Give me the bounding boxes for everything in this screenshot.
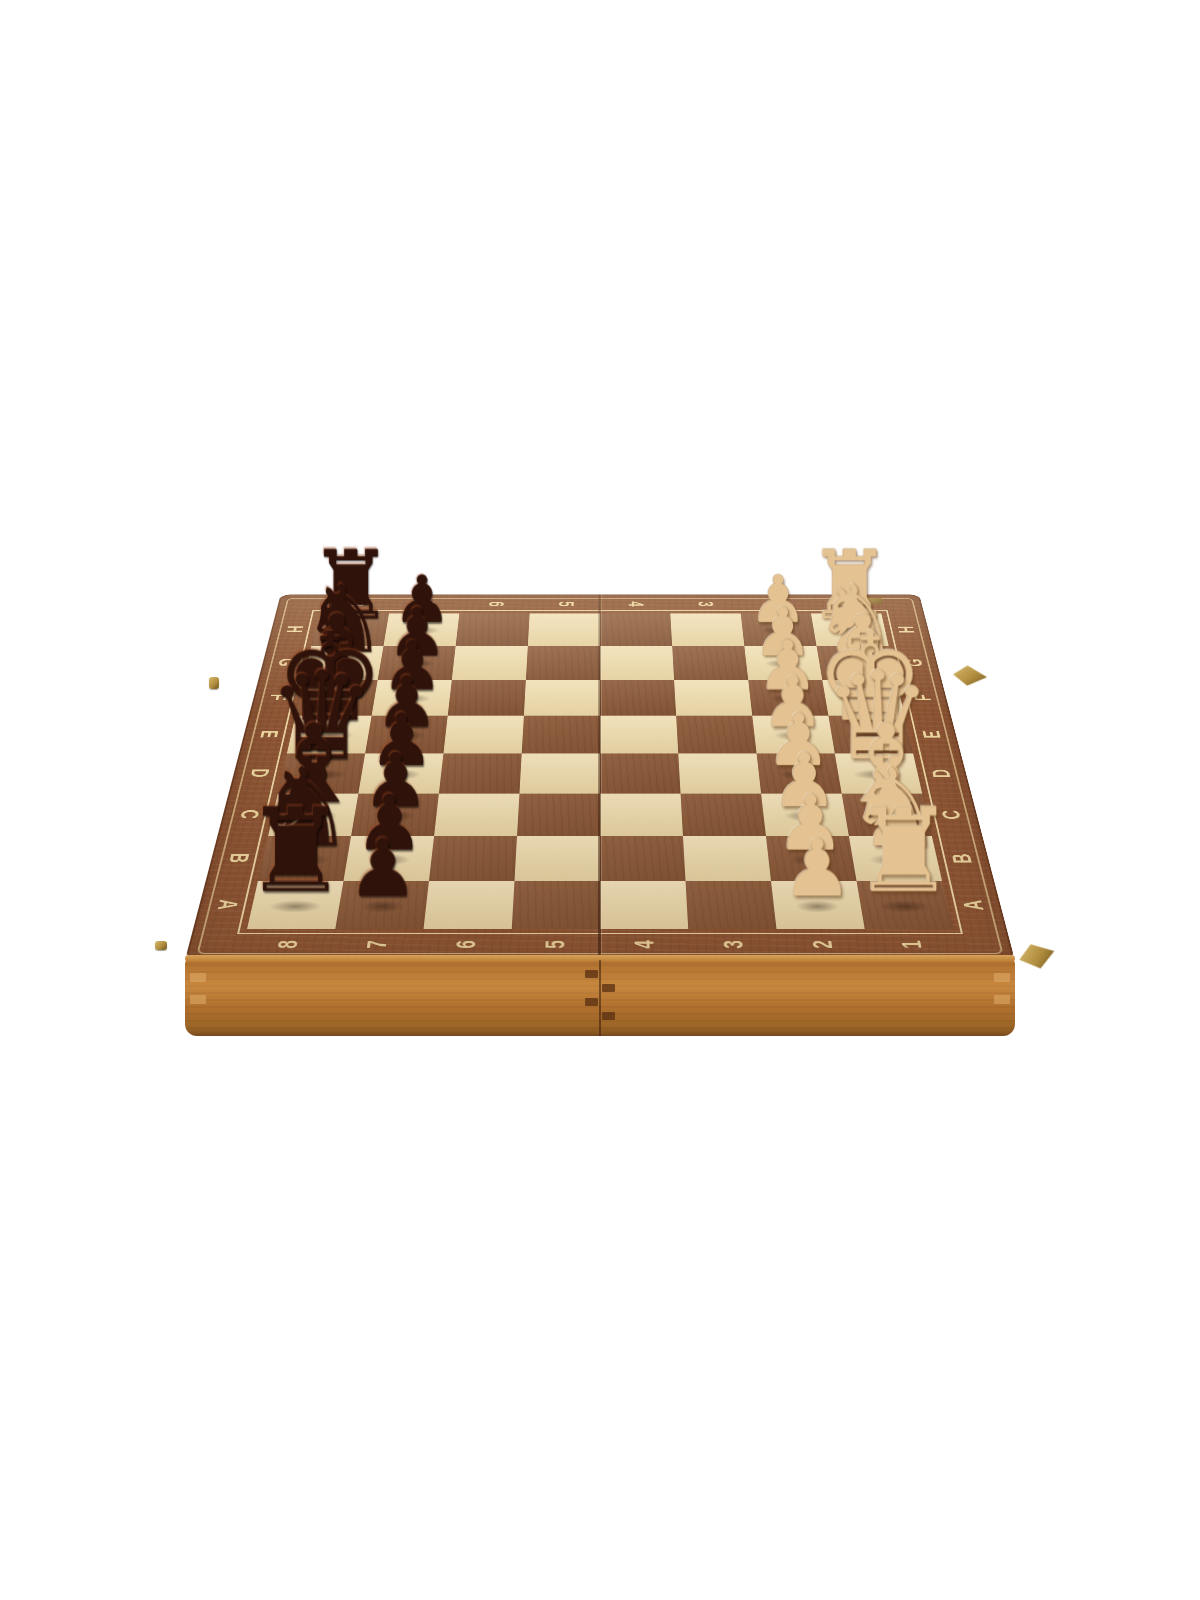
finger-joint <box>585 970 598 978</box>
file-label-right-E: E <box>919 730 944 738</box>
file-label-right-D: D <box>928 769 954 778</box>
file-label-left-G: G <box>274 658 298 666</box>
brass-hinge-pin-left-lower <box>155 941 167 950</box>
chess-board: HHGGFFEEDDCCBBAA8877665544332211 <box>185 595 1015 960</box>
rank-label-far-4: 4 <box>624 601 645 607</box>
rank-label-near-8: 8 <box>274 940 303 949</box>
file-label-left-B: B <box>224 853 252 863</box>
brass-hinge-pin-left-upper <box>209 677 219 689</box>
fold-seam <box>598 595 601 960</box>
rank-label-near-1: 1 <box>898 940 927 949</box>
rank-label-far-3: 3 <box>694 601 715 607</box>
rank-label-near-2: 2 <box>809 940 837 949</box>
rank-label-near-5: 5 <box>542 940 569 949</box>
file-label-left-H: H <box>282 626 305 633</box>
file-label-left-F: F <box>265 694 289 701</box>
brass-logo-plaque <box>865 598 883 604</box>
rank-label-far-8: 8 <box>345 601 367 607</box>
rank-label-far-1: 1 <box>833 601 855 607</box>
file-label-left-D: D <box>246 769 272 778</box>
file-label-left-E: E <box>256 730 281 738</box>
box-side-seam <box>599 960 601 1036</box>
rank-label-near-6: 6 <box>453 940 480 949</box>
rank-label-far-2: 2 <box>764 601 786 607</box>
file-label-right-A: A <box>959 899 988 910</box>
finger-joint <box>994 973 1010 982</box>
rank-label-far-5: 5 <box>555 601 576 607</box>
file-label-right-B: B <box>948 853 976 863</box>
finger-joint <box>585 998 598 1006</box>
file-label-right-C: C <box>938 810 965 820</box>
finger-joint <box>602 1012 615 1020</box>
finger-joint <box>190 973 206 982</box>
finger-joint <box>602 984 615 992</box>
rank-label-near-3: 3 <box>720 940 747 949</box>
finger-joint <box>994 995 1010 1004</box>
file-label-left-A: A <box>212 899 241 910</box>
rank-label-far-6: 6 <box>485 601 506 607</box>
photo-scene: HHGGFFEEDDCCBBAA8877665544332211 ♜♞♝♛♚♝♞… <box>0 0 1200 1600</box>
rank-label-near-7: 7 <box>363 940 391 949</box>
file-label-right-F: F <box>911 694 935 701</box>
board-box-side <box>185 960 1015 1036</box>
file-label-left-C: C <box>235 810 262 820</box>
finger-joint <box>190 995 206 1004</box>
rank-label-far-7: 7 <box>415 601 437 607</box>
file-label-right-G: G <box>902 658 926 666</box>
rank-label-near-4: 4 <box>631 940 658 949</box>
board-3d-scene: HHGGFFEEDDCCBBAA8877665544332211 ♜♞♝♛♚♝♞… <box>185 595 1015 960</box>
file-label-right-H: H <box>895 626 918 633</box>
